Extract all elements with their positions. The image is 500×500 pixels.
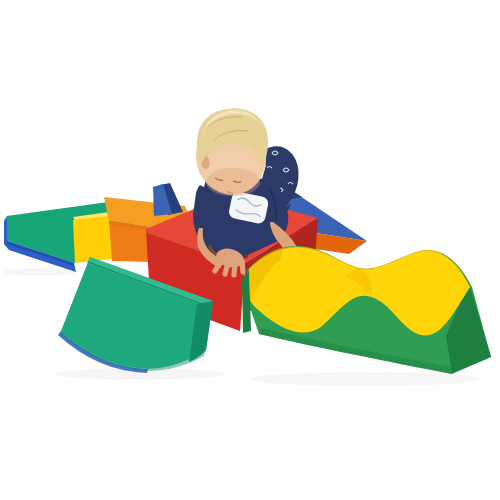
yellow-block-front — [73, 216, 114, 263]
blue-wedge-left — [153, 183, 183, 216]
shadow — [4, 268, 76, 276]
wave-ramp — [242, 246, 491, 374]
face-shadow — [206, 168, 260, 196]
product-photo — [0, 0, 500, 500]
foam-playset-scene — [0, 0, 500, 500]
yellow-step-block — [73, 212, 114, 263]
shadow — [250, 372, 480, 386]
